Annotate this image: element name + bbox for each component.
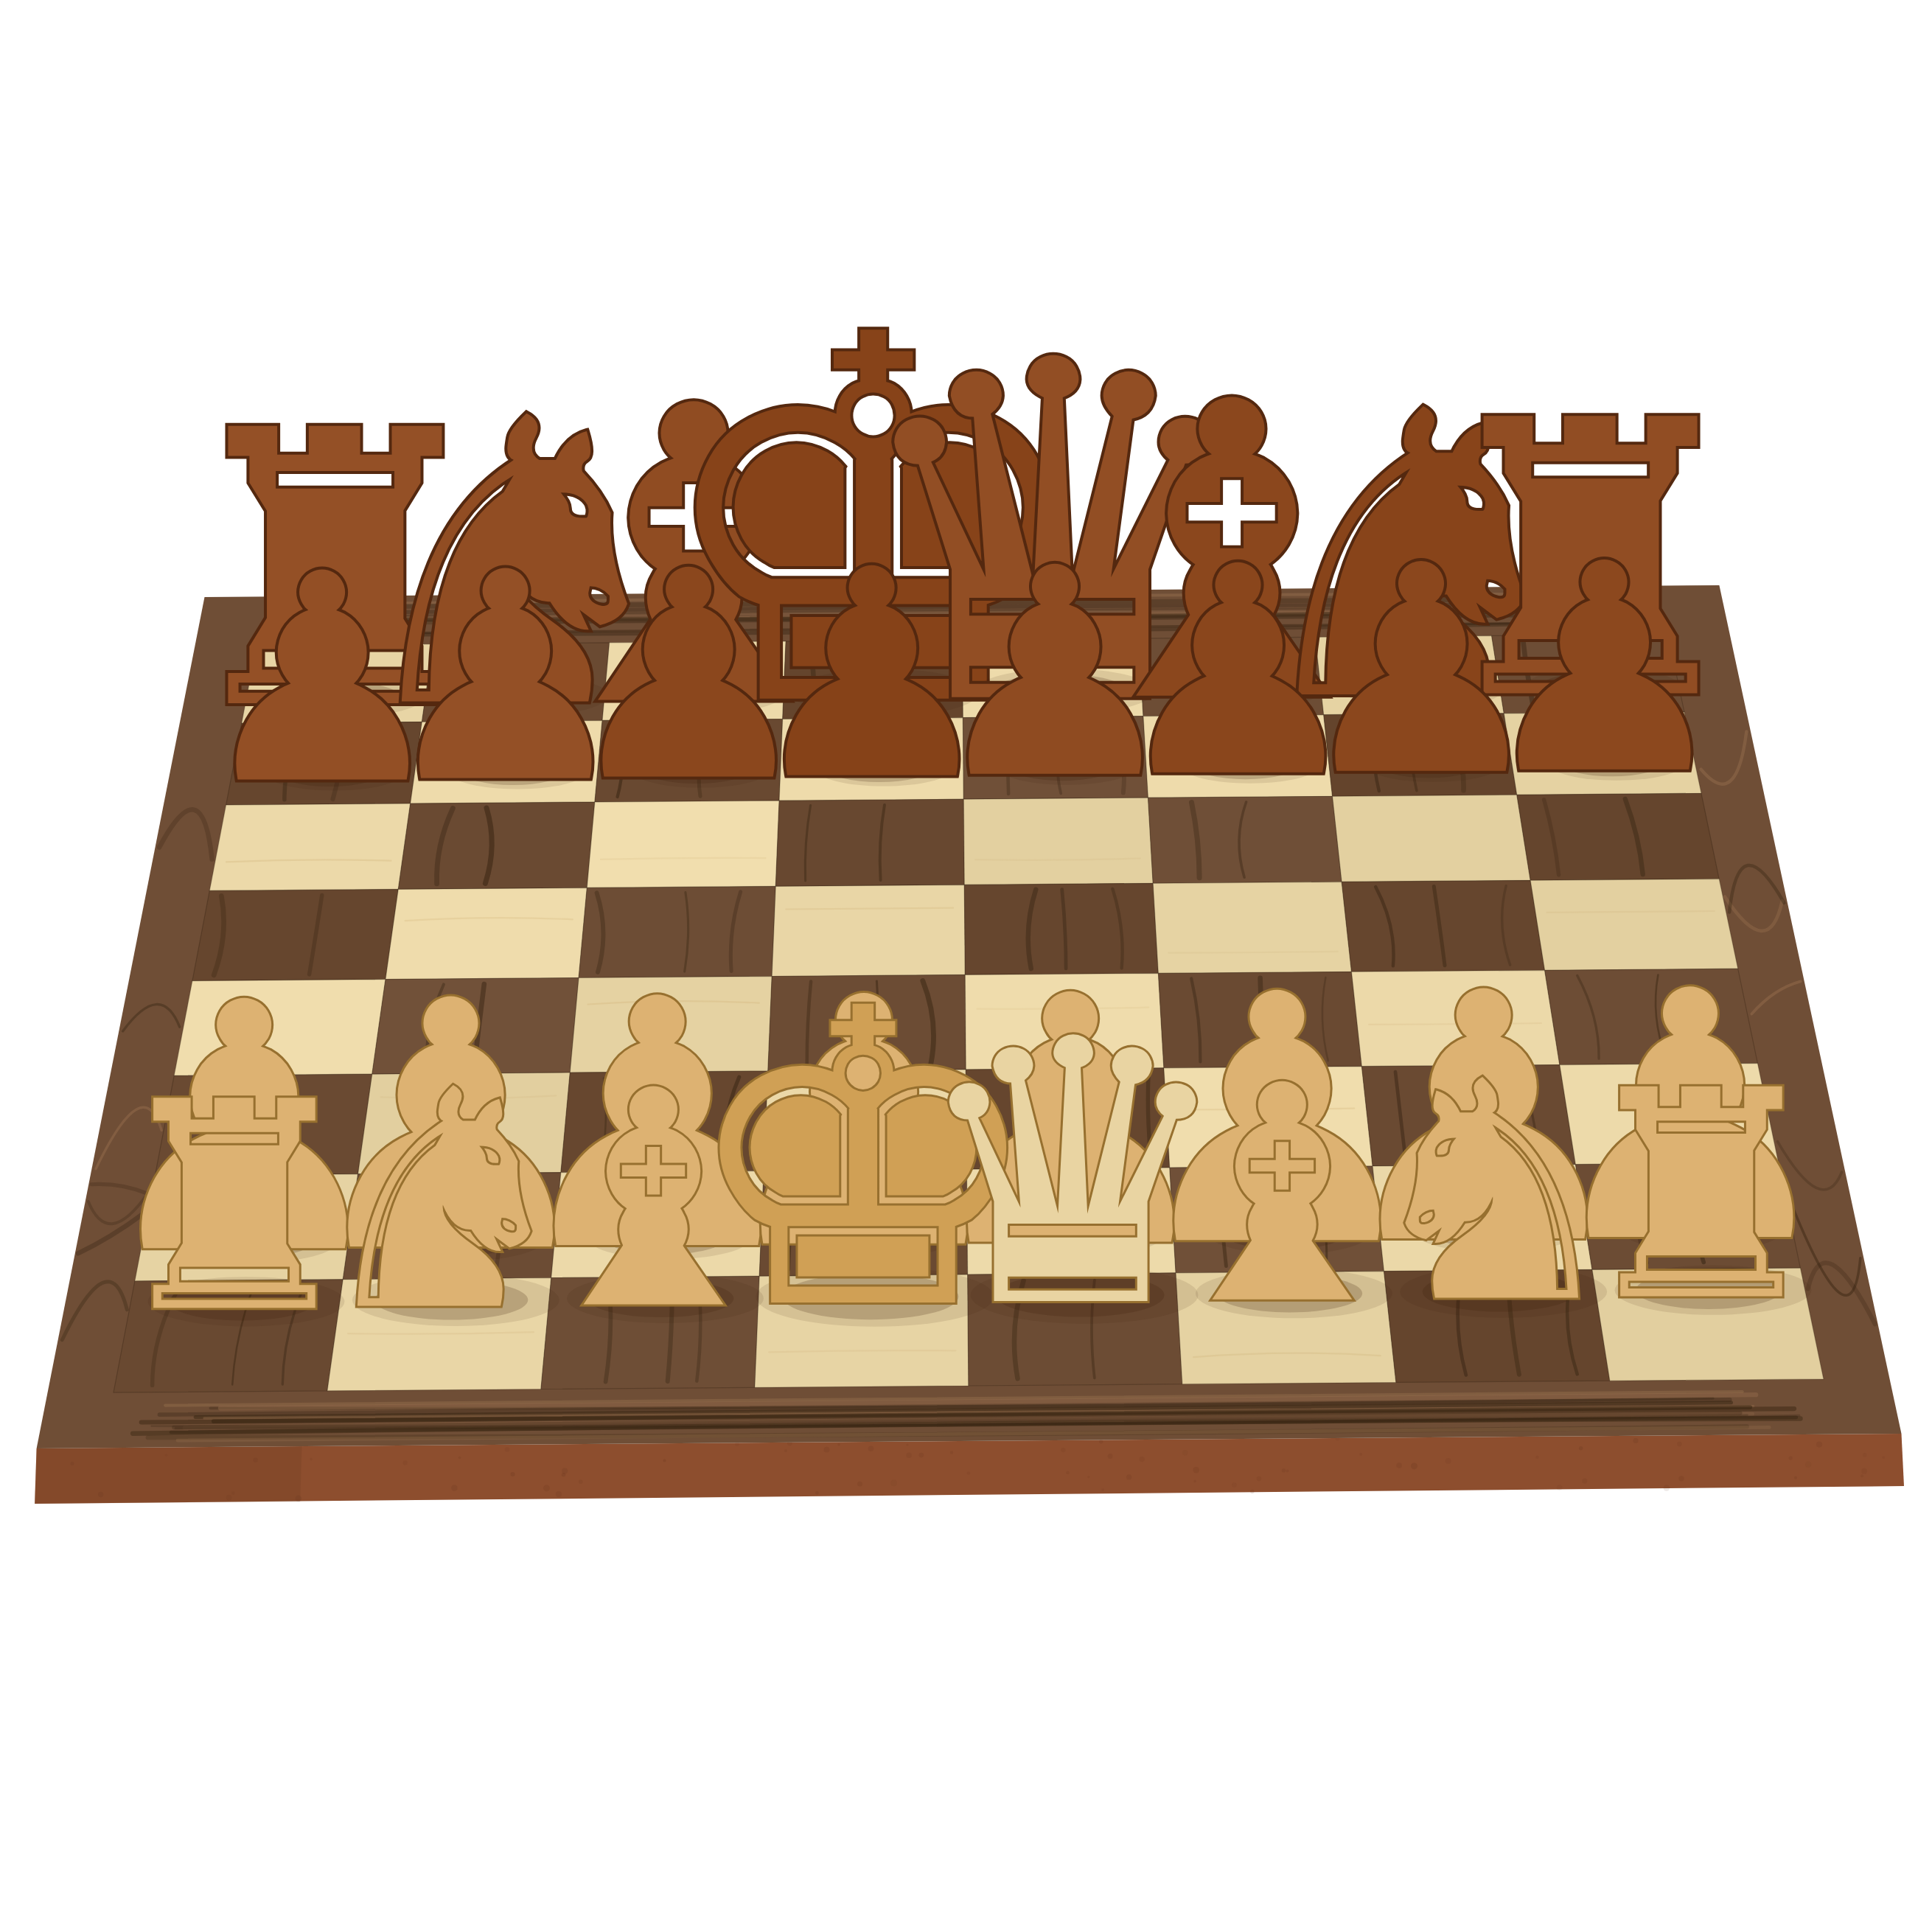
edge-speckle — [505, 1447, 509, 1451]
edge-speckle — [1579, 1446, 1583, 1450]
edge-speckle — [837, 1443, 840, 1445]
edge-speckle — [1882, 1456, 1885, 1459]
chess-set-photo: ♜♞♝♚♛♝♞♜♟♟♟♟♟♟♟♟♟♟♟♟♟♟♟♟♜♞♝♚♛♝♞♜ — [0, 0, 1932, 1932]
edge-speckle — [1182, 1450, 1188, 1455]
edge-speckle — [1678, 1476, 1684, 1481]
piece-black-pawn-h7[interactable]: ♟ — [1476, 503, 1734, 837]
edge-speckle — [815, 1491, 818, 1494]
edge-speckle — [403, 1460, 408, 1465]
edge-speckle — [511, 1472, 515, 1476]
edge-speckle — [950, 1451, 953, 1454]
edge-speckle — [1794, 1476, 1797, 1479]
edge-speckle — [451, 1485, 457, 1491]
edge-speckle — [1250, 1490, 1255, 1494]
edge-speckle — [1396, 1462, 1402, 1468]
edge-speckle — [1445, 1458, 1451, 1464]
edge-speckle — [1816, 1442, 1822, 1448]
edge-speckle — [310, 1458, 313, 1461]
edge-speckle — [1633, 1438, 1639, 1443]
edge-speckle — [562, 1473, 566, 1477]
edge-speckle — [579, 1480, 583, 1485]
edge-speckle — [1789, 1457, 1793, 1460]
edge-speckle — [1087, 1476, 1089, 1478]
edge-speckle — [1861, 1468, 1867, 1474]
chessboard-svg: ♜♞♝♚♛♝♞♜♟♟♟♟♟♟♟♟♟♟♟♟♟♟♟♟♜♞♝♚♛♝♞♜ — [0, 0, 1932, 1932]
edge-speckle — [1066, 1471, 1069, 1474]
edge-speckle — [868, 1446, 874, 1452]
edge-speckle — [1359, 1453, 1362, 1456]
edge-speckle — [1557, 1485, 1563, 1490]
edge-speckle — [1860, 1474, 1863, 1477]
edge-shade — [35, 1446, 301, 1504]
edge-speckle — [1535, 1456, 1538, 1459]
edge-speckle — [543, 1485, 550, 1491]
edge-speckle — [663, 1460, 666, 1462]
edge-speckle — [1257, 1476, 1262, 1482]
edge-speckle — [1677, 1442, 1682, 1447]
edge-speckle — [824, 1447, 830, 1453]
edge-speckle — [1140, 1457, 1145, 1462]
edge-speckle — [967, 1471, 970, 1474]
chessboard: ♜♞♝♚♛♝♞♜♟♟♟♟♟♟♟♟♟♟♟♟♟♟♟♟♜♞♝♚♛♝♞♜ — [0, 0, 1932, 1932]
edge-speckle — [1232, 1482, 1237, 1488]
edge-speckle — [1061, 1448, 1065, 1452]
edge-speckle — [1664, 1485, 1670, 1491]
edge-speckle — [906, 1453, 911, 1458]
edge-speckle — [1099, 1440, 1103, 1443]
edge-speckle — [919, 1453, 924, 1458]
piece-white-rook-h1[interactable]: ♜ — [1572, 1029, 1830, 1364]
edge-speckle — [784, 1449, 787, 1452]
edge-speckle — [890, 1480, 897, 1487]
edge-speckle — [906, 1444, 908, 1446]
edge-speckle — [1863, 1453, 1867, 1457]
edge-speckle — [1193, 1480, 1196, 1482]
edge-speckle — [1282, 1468, 1286, 1472]
edge-speckle — [1411, 1462, 1417, 1469]
edge-speckle — [556, 1491, 562, 1497]
edge-speckle — [1286, 1470, 1289, 1473]
edge-speckle — [857, 1482, 862, 1487]
edge-speckle — [1193, 1467, 1199, 1473]
edge-speckle — [1126, 1474, 1131, 1479]
edge-speckle — [1101, 1488, 1104, 1491]
edge-speckle — [458, 1457, 461, 1460]
edge-speckle — [1582, 1479, 1587, 1484]
edge-speckle — [1108, 1454, 1113, 1459]
edge-speckle — [1805, 1461, 1812, 1468]
